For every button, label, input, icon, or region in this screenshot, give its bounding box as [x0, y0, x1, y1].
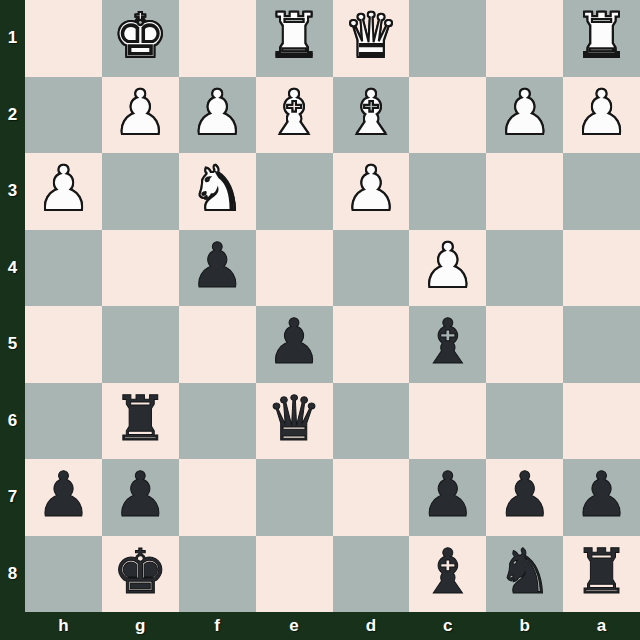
chess-board: 1♚♜♛♜2♟♟♝♝♟♟3♟♞♟4♟♟5♟♝6♜♛7♟♟♟♟♟8♚♝♞♜hgfe… [0, 0, 640, 640]
square-h1[interactable] [25, 0, 102, 77]
black-pawn[interactable]: ♟ [113, 464, 169, 526]
square-d2[interactable]: ♝ [333, 77, 410, 154]
rank-label-8: 8 [0, 536, 25, 613]
white-pawn[interactable]: ♟ [420, 235, 476, 297]
square-b4[interactable] [486, 230, 563, 307]
square-b2[interactable]: ♟ [486, 77, 563, 154]
black-rook[interactable]: ♜ [574, 541, 630, 603]
square-a8[interactable]: ♜ [563, 536, 640, 613]
square-h5[interactable] [25, 306, 102, 383]
square-f8[interactable] [179, 536, 256, 613]
square-g6[interactable]: ♜ [102, 383, 179, 460]
square-h3[interactable]: ♟ [25, 153, 102, 230]
square-a7[interactable]: ♟ [563, 459, 640, 536]
square-d1[interactable]: ♛ [333, 0, 410, 77]
white-pawn[interactable]: ♟ [36, 158, 92, 220]
square-a1[interactable]: ♜ [563, 0, 640, 77]
black-pawn[interactable]: ♟ [36, 464, 92, 526]
square-e2[interactable]: ♝ [256, 77, 333, 154]
square-e1[interactable]: ♜ [256, 0, 333, 77]
file-label-f: f [179, 612, 256, 640]
rank-label-2: 2 [0, 77, 25, 154]
square-c2[interactable] [409, 77, 486, 154]
white-queen[interactable]: ♛ [343, 5, 399, 67]
white-king[interactable]: ♚ [113, 5, 169, 67]
rank-label-7: 7 [0, 459, 25, 536]
square-e3[interactable] [256, 153, 333, 230]
square-b5[interactable] [486, 306, 563, 383]
square-d6[interactable] [333, 383, 410, 460]
square-g8[interactable]: ♚ [102, 536, 179, 613]
square-g1[interactable]: ♚ [102, 0, 179, 77]
square-a4[interactable] [563, 230, 640, 307]
rank-label-1: 1 [0, 0, 25, 77]
square-a2[interactable]: ♟ [563, 77, 640, 154]
white-pawn[interactable]: ♟ [343, 158, 399, 220]
square-g4[interactable] [102, 230, 179, 307]
square-f3[interactable]: ♞ [179, 153, 256, 230]
square-c3[interactable] [409, 153, 486, 230]
rank-label-4: 4 [0, 230, 25, 307]
black-pawn[interactable]: ♟ [266, 311, 322, 373]
square-f4[interactable]: ♟ [179, 230, 256, 307]
black-king[interactable]: ♚ [113, 541, 169, 603]
square-e4[interactable] [256, 230, 333, 307]
white-pawn[interactable]: ♟ [497, 82, 553, 144]
black-queen[interactable]: ♛ [266, 388, 322, 450]
white-pawn[interactable]: ♟ [189, 82, 245, 144]
file-label-e: e [256, 612, 333, 640]
square-c5[interactable]: ♝ [409, 306, 486, 383]
rank-label-6: 6 [0, 383, 25, 460]
file-label-b: b [486, 612, 563, 640]
square-e6[interactable]: ♛ [256, 383, 333, 460]
square-d8[interactable] [333, 536, 410, 613]
black-rook[interactable]: ♜ [113, 388, 169, 450]
white-knight[interactable]: ♞ [189, 158, 245, 220]
square-g3[interactable] [102, 153, 179, 230]
rank-label-3: 3 [0, 153, 25, 230]
square-f1[interactable] [179, 0, 256, 77]
board-corner [0, 612, 25, 640]
file-label-c: c [409, 612, 486, 640]
square-b6[interactable] [486, 383, 563, 460]
square-g7[interactable]: ♟ [102, 459, 179, 536]
black-pawn[interactable]: ♟ [497, 464, 553, 526]
square-f7[interactable] [179, 459, 256, 536]
square-e5[interactable]: ♟ [256, 306, 333, 383]
square-h8[interactable] [25, 536, 102, 613]
black-knight[interactable]: ♞ [497, 541, 553, 603]
file-label-h: h [25, 612, 102, 640]
square-b3[interactable] [486, 153, 563, 230]
square-b8[interactable]: ♞ [486, 536, 563, 613]
square-c8[interactable]: ♝ [409, 536, 486, 613]
square-d3[interactable]: ♟ [333, 153, 410, 230]
white-rook[interactable]: ♜ [574, 5, 630, 67]
black-pawn[interactable]: ♟ [420, 464, 476, 526]
rank-label-5: 5 [0, 306, 25, 383]
square-c6[interactable] [409, 383, 486, 460]
file-label-g: g [102, 612, 179, 640]
square-c1[interactable] [409, 0, 486, 77]
square-d7[interactable] [333, 459, 410, 536]
square-h6[interactable] [25, 383, 102, 460]
file-label-a: a [563, 612, 640, 640]
square-h7[interactable]: ♟ [25, 459, 102, 536]
black-pawn[interactable]: ♟ [574, 464, 630, 526]
black-bishop[interactable]: ♝ [420, 541, 476, 603]
square-d5[interactable] [333, 306, 410, 383]
square-e7[interactable] [256, 459, 333, 536]
black-pawn[interactable]: ♟ [189, 235, 245, 297]
white-pawn[interactable]: ♟ [113, 82, 169, 144]
square-b7[interactable]: ♟ [486, 459, 563, 536]
black-bishop[interactable]: ♝ [420, 311, 476, 373]
file-label-d: d [333, 612, 410, 640]
square-b1[interactable] [486, 0, 563, 77]
square-h4[interactable] [25, 230, 102, 307]
square-c4[interactable]: ♟ [409, 230, 486, 307]
square-e8[interactable] [256, 536, 333, 613]
white-rook[interactable]: ♜ [266, 5, 322, 67]
white-bishop[interactable]: ♝ [266, 82, 322, 144]
square-a6[interactable] [563, 383, 640, 460]
white-pawn[interactable]: ♟ [574, 82, 630, 144]
square-g2[interactable]: ♟ [102, 77, 179, 154]
square-d4[interactable] [333, 230, 410, 307]
square-a5[interactable] [563, 306, 640, 383]
square-h2[interactable] [25, 77, 102, 154]
square-c7[interactable]: ♟ [409, 459, 486, 536]
square-g5[interactable] [102, 306, 179, 383]
white-bishop[interactable]: ♝ [343, 82, 399, 144]
square-f2[interactable]: ♟ [179, 77, 256, 154]
square-a3[interactable] [563, 153, 640, 230]
square-f5[interactable] [179, 306, 256, 383]
square-f6[interactable] [179, 383, 256, 460]
